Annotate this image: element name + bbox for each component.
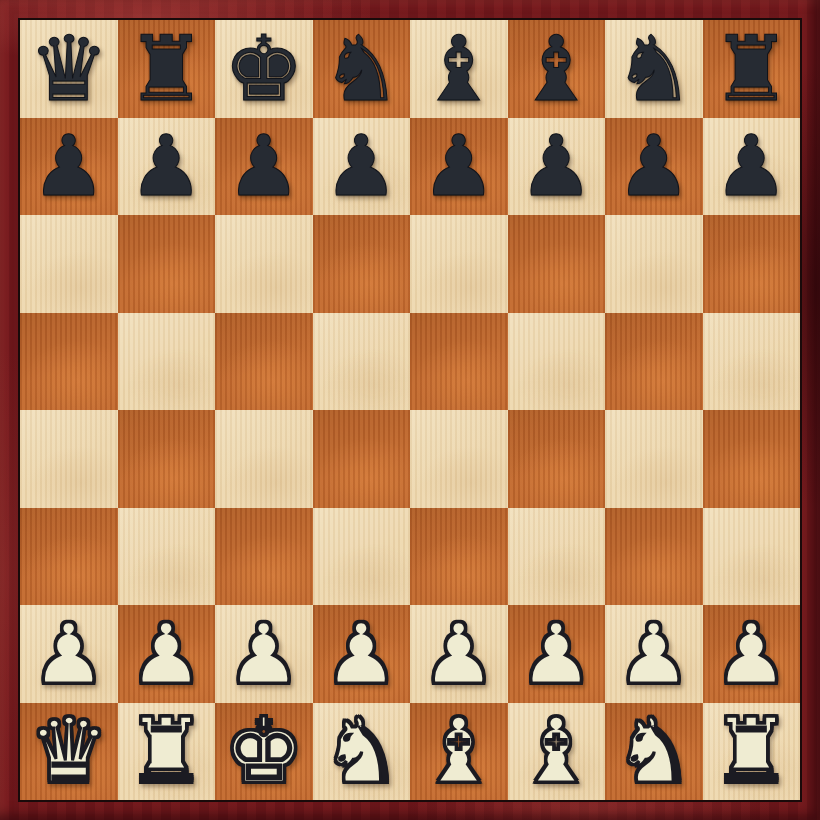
piece-white-pawn[interactable]: ♟	[714, 612, 789, 696]
square-b6[interactable]	[118, 215, 216, 313]
piece-black-pawn[interactable]: ♟	[226, 124, 301, 208]
square-c4[interactable]	[215, 410, 313, 508]
piece-white-pawn[interactable]: ♟	[519, 612, 594, 696]
square-c2[interactable]: ♟	[215, 605, 313, 703]
piece-white-knight[interactable]: ♞	[321, 706, 402, 796]
square-e1[interactable]: ♝	[410, 703, 508, 801]
square-g7[interactable]: ♟	[605, 118, 703, 216]
piece-black-pawn[interactable]: ♟	[324, 124, 399, 208]
square-e7[interactable]: ♟	[410, 118, 508, 216]
piece-black-pawn[interactable]: ♟	[616, 124, 691, 208]
piece-black-knight[interactable]: ♞	[321, 24, 402, 114]
piece-black-pawn[interactable]: ♟	[421, 124, 496, 208]
square-f8[interactable]: ♝	[508, 20, 606, 118]
piece-white-queen[interactable]: ♛	[28, 706, 109, 796]
square-b2[interactable]: ♟	[118, 605, 216, 703]
piece-white-pawn[interactable]: ♟	[616, 612, 691, 696]
piece-black-bishop[interactable]: ♝	[418, 24, 499, 114]
square-b1[interactable]: ♜	[118, 703, 216, 801]
square-c5[interactable]	[215, 313, 313, 411]
square-d4[interactable]	[313, 410, 411, 508]
square-a1[interactable]: ♛	[20, 703, 118, 801]
square-e8[interactable]: ♝	[410, 20, 508, 118]
square-h6[interactable]	[703, 215, 801, 313]
square-b8[interactable]: ♜	[118, 20, 216, 118]
square-c1[interactable]: ♚	[215, 703, 313, 801]
piece-white-rook[interactable]: ♜	[126, 706, 207, 796]
piece-white-rook[interactable]: ♜	[711, 706, 792, 796]
square-h2[interactable]: ♟	[703, 605, 801, 703]
square-h7[interactable]: ♟	[703, 118, 801, 216]
square-d6[interactable]	[313, 215, 411, 313]
piece-black-pawn[interactable]: ♟	[31, 124, 106, 208]
square-e2[interactable]: ♟	[410, 605, 508, 703]
square-a3[interactable]	[20, 508, 118, 606]
square-g6[interactable]	[605, 215, 703, 313]
piece-black-king[interactable]: ♚	[223, 24, 304, 114]
square-d3[interactable]	[313, 508, 411, 606]
piece-white-pawn[interactable]: ♟	[129, 612, 204, 696]
square-h1[interactable]: ♜	[703, 703, 801, 801]
square-d7[interactable]: ♟	[313, 118, 411, 216]
square-h4[interactable]	[703, 410, 801, 508]
square-a2[interactable]: ♟	[20, 605, 118, 703]
square-f5[interactable]	[508, 313, 606, 411]
square-a4[interactable]	[20, 410, 118, 508]
square-c6[interactable]	[215, 215, 313, 313]
piece-white-king[interactable]: ♚	[223, 706, 304, 796]
piece-black-knight[interactable]: ♞	[613, 24, 694, 114]
piece-black-pawn[interactable]: ♟	[129, 124, 204, 208]
square-a5[interactable]	[20, 313, 118, 411]
square-g2[interactable]: ♟	[605, 605, 703, 703]
square-a8[interactable]: ♛	[20, 20, 118, 118]
chess-board: ♛♜♚♞♝♝♞♜♟♟♟♟♟♟♟♟♟♟♟♟♟♟♟♟♛♜♚♞♝♝♞♜	[18, 18, 802, 802]
square-d5[interactable]	[313, 313, 411, 411]
square-g8[interactable]: ♞	[605, 20, 703, 118]
square-a7[interactable]: ♟	[20, 118, 118, 216]
board-frame: ♛♜♚♞♝♝♞♜♟♟♟♟♟♟♟♟♟♟♟♟♟♟♟♟♛♜♚♞♝♝♞♜	[0, 0, 820, 820]
piece-white-pawn[interactable]: ♟	[324, 612, 399, 696]
square-d1[interactable]: ♞	[313, 703, 411, 801]
square-e3[interactable]	[410, 508, 508, 606]
square-f4[interactable]	[508, 410, 606, 508]
square-d8[interactable]: ♞	[313, 20, 411, 118]
piece-white-bishop[interactable]: ♝	[418, 706, 499, 796]
square-f7[interactable]: ♟	[508, 118, 606, 216]
square-b5[interactable]	[118, 313, 216, 411]
square-b3[interactable]	[118, 508, 216, 606]
square-f2[interactable]: ♟	[508, 605, 606, 703]
square-b7[interactable]: ♟	[118, 118, 216, 216]
piece-white-bishop[interactable]: ♝	[516, 706, 597, 796]
square-h3[interactable]	[703, 508, 801, 606]
square-e6[interactable]	[410, 215, 508, 313]
square-h8[interactable]: ♜	[703, 20, 801, 118]
square-h5[interactable]	[703, 313, 801, 411]
square-g3[interactable]	[605, 508, 703, 606]
piece-black-rook[interactable]: ♜	[126, 24, 207, 114]
piece-black-bishop[interactable]: ♝	[516, 24, 597, 114]
square-f6[interactable]	[508, 215, 606, 313]
square-d2[interactable]: ♟	[313, 605, 411, 703]
piece-black-queen[interactable]: ♛	[28, 24, 109, 114]
square-c7[interactable]: ♟	[215, 118, 313, 216]
piece-white-pawn[interactable]: ♟	[421, 612, 496, 696]
square-g4[interactable]	[605, 410, 703, 508]
square-e5[interactable]	[410, 313, 508, 411]
piece-black-pawn[interactable]: ♟	[714, 124, 789, 208]
square-g5[interactable]	[605, 313, 703, 411]
square-c3[interactable]	[215, 508, 313, 606]
piece-black-rook[interactable]: ♜	[711, 24, 792, 114]
square-c8[interactable]: ♚	[215, 20, 313, 118]
square-g1[interactable]: ♞	[605, 703, 703, 801]
square-f3[interactable]	[508, 508, 606, 606]
square-b4[interactable]	[118, 410, 216, 508]
square-f1[interactable]: ♝	[508, 703, 606, 801]
square-e4[interactable]	[410, 410, 508, 508]
square-a6[interactable]	[20, 215, 118, 313]
piece-black-pawn[interactable]: ♟	[519, 124, 594, 208]
piece-white-pawn[interactable]: ♟	[226, 612, 301, 696]
piece-white-knight[interactable]: ♞	[613, 706, 694, 796]
piece-white-pawn[interactable]: ♟	[31, 612, 106, 696]
